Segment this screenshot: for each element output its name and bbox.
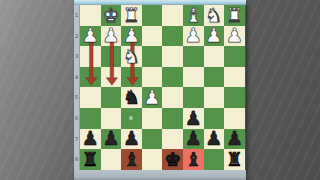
file-labels: hgfedcba bbox=[74, 170, 246, 180]
square-f6[interactable] bbox=[121, 108, 142, 129]
square-a3[interactable] bbox=[224, 46, 245, 67]
white-pawn[interactable]: ♟ bbox=[143, 88, 160, 108]
square-g3[interactable] bbox=[101, 46, 122, 67]
black-pawn[interactable]: ♟ bbox=[123, 129, 140, 149]
black-rook[interactable]: ♜ bbox=[226, 150, 243, 170]
square-f3[interactable]: ♞ bbox=[121, 46, 142, 67]
square-a4[interactable] bbox=[224, 67, 245, 88]
white-bishop[interactable]: ♝ bbox=[185, 6, 202, 26]
square-a7[interactable]: ♟ bbox=[224, 129, 245, 150]
square-d2[interactable] bbox=[162, 26, 183, 47]
square-d5[interactable] bbox=[162, 87, 183, 108]
square-b6[interactable] bbox=[204, 108, 225, 129]
square-b8[interactable] bbox=[204, 149, 225, 170]
black-pawn[interactable]: ♟ bbox=[82, 129, 99, 149]
square-e7[interactable] bbox=[142, 129, 163, 150]
square-f7[interactable]: ♟ bbox=[121, 129, 142, 150]
square-h2[interactable]: ♟ bbox=[80, 26, 101, 47]
rank-label-3: 3 bbox=[74, 46, 79, 67]
white-pawn[interactable]: ♟ bbox=[185, 26, 202, 46]
square-c7[interactable]: ♟ bbox=[183, 129, 204, 150]
square-f4[interactable] bbox=[121, 67, 142, 88]
square-f2[interactable]: ♟ bbox=[121, 26, 142, 47]
square-b1[interactable]: ♞ bbox=[204, 5, 225, 26]
black-bishop[interactable]: ♝ bbox=[185, 150, 202, 170]
rank-label-1: 1 bbox=[74, 5, 79, 26]
square-g1[interactable]: ♚ bbox=[101, 5, 122, 26]
square-c4[interactable] bbox=[183, 67, 204, 88]
rank-label-4: 4 bbox=[74, 67, 79, 88]
square-e8[interactable] bbox=[142, 149, 163, 170]
square-a6[interactable] bbox=[224, 108, 245, 129]
square-g6[interactable] bbox=[101, 108, 122, 129]
rank-label-2: 2 bbox=[74, 26, 79, 47]
square-h3[interactable] bbox=[80, 46, 101, 67]
square-h5[interactable] bbox=[80, 87, 101, 108]
white-pawn[interactable]: ♟ bbox=[102, 26, 119, 46]
square-h4[interactable] bbox=[80, 67, 101, 88]
black-knight[interactable]: ♞ bbox=[123, 88, 140, 108]
black-king[interactable]: ♚ bbox=[164, 150, 181, 170]
black-bishop[interactable]: ♝ bbox=[123, 150, 140, 170]
white-rook[interactable]: ♜ bbox=[123, 6, 140, 26]
square-e4[interactable] bbox=[142, 67, 163, 88]
square-b4[interactable] bbox=[204, 67, 225, 88]
square-c8[interactable]: ♝ bbox=[183, 149, 204, 170]
chess-board: 12345678 ♚♜♝♞♜♟♟♟♟♟♟♞♞♟♟♟♟♟♟♟♟♜♝♚♝♜ hgfe… bbox=[74, 0, 246, 180]
board-grid: ♚♜♝♞♜♟♟♟♟♟♟♞♞♟♟♟♟♟♟♟♟♜♝♚♝♜ bbox=[80, 5, 246, 170]
square-e6[interactable] bbox=[142, 108, 163, 129]
square-g5[interactable] bbox=[101, 87, 122, 108]
square-c6[interactable]: ♟ bbox=[183, 108, 204, 129]
white-rook[interactable]: ♜ bbox=[226, 6, 243, 26]
square-a2[interactable]: ♟ bbox=[224, 26, 245, 47]
square-d7[interactable] bbox=[162, 129, 183, 150]
black-pawn[interactable]: ♟ bbox=[102, 129, 119, 149]
square-g7[interactable]: ♟ bbox=[101, 129, 122, 150]
square-d6[interactable] bbox=[162, 108, 183, 129]
square-g8[interactable] bbox=[101, 149, 122, 170]
rank-label-8: 8 bbox=[74, 149, 79, 170]
rank-label-5: 5 bbox=[74, 87, 79, 108]
white-knight[interactable]: ♞ bbox=[123, 47, 140, 67]
square-b3[interactable] bbox=[204, 46, 225, 67]
square-c5[interactable] bbox=[183, 87, 204, 108]
white-pawn[interactable]: ♟ bbox=[123, 26, 140, 46]
square-h1[interactable] bbox=[80, 5, 101, 26]
move-hint-dot bbox=[129, 116, 133, 120]
square-h7[interactable]: ♟ bbox=[80, 129, 101, 150]
square-d8[interactable]: ♚ bbox=[162, 149, 183, 170]
square-a1[interactable]: ♜ bbox=[224, 5, 245, 26]
white-pawn[interactable]: ♟ bbox=[82, 26, 99, 46]
video-background: 12345678 ♚♜♝♞♜♟♟♟♟♟♟♞♞♟♟♟♟♟♟♟♟♜♝♚♝♜ hgfe… bbox=[0, 0, 320, 180]
black-pawn[interactable]: ♟ bbox=[226, 129, 243, 149]
square-d1[interactable] bbox=[162, 5, 183, 26]
square-d3[interactable] bbox=[162, 46, 183, 67]
square-b7[interactable]: ♟ bbox=[204, 129, 225, 150]
square-e3[interactable] bbox=[142, 46, 163, 67]
square-f8[interactable]: ♝ bbox=[121, 149, 142, 170]
square-c3[interactable] bbox=[183, 46, 204, 67]
square-g4[interactable] bbox=[101, 67, 122, 88]
black-pawn[interactable]: ♟ bbox=[205, 129, 222, 149]
square-a8[interactable]: ♜ bbox=[224, 149, 245, 170]
square-e1[interactable] bbox=[142, 5, 163, 26]
square-b5[interactable] bbox=[204, 87, 225, 108]
square-h6[interactable] bbox=[80, 108, 101, 129]
square-e2[interactable] bbox=[142, 26, 163, 47]
rank-label-7: 7 bbox=[74, 129, 79, 150]
square-a5[interactable] bbox=[224, 87, 245, 108]
white-pawn[interactable]: ♟ bbox=[226, 26, 243, 46]
black-pawn[interactable]: ♟ bbox=[185, 129, 202, 149]
black-pawn[interactable]: ♟ bbox=[185, 109, 202, 129]
black-rook[interactable]: ♜ bbox=[82, 150, 99, 170]
white-knight[interactable]: ♞ bbox=[205, 6, 222, 26]
square-f5[interactable]: ♞ bbox=[121, 87, 142, 108]
square-c1[interactable]: ♝ bbox=[183, 5, 204, 26]
square-f1[interactable]: ♜ bbox=[121, 5, 142, 26]
white-pawn[interactable]: ♟ bbox=[205, 26, 222, 46]
square-b2[interactable]: ♟ bbox=[204, 26, 225, 47]
rank-label-6: 6 bbox=[74, 108, 79, 129]
square-g2[interactable]: ♟ bbox=[101, 26, 122, 47]
square-c2[interactable]: ♟ bbox=[183, 26, 204, 47]
square-e5[interactable]: ♟ bbox=[142, 87, 163, 108]
square-d4[interactable] bbox=[162, 67, 183, 88]
square-h8[interactable]: ♜ bbox=[80, 149, 101, 170]
white-king[interactable]: ♚ bbox=[102, 6, 119, 26]
